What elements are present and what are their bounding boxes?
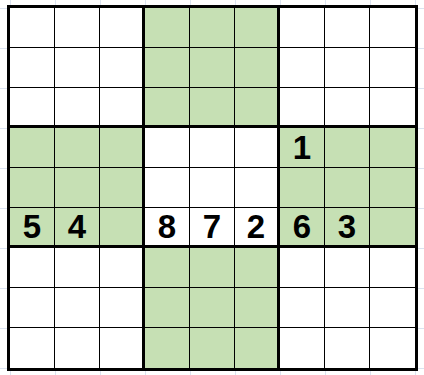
- cell-r3c9[interactable]: [370, 88, 415, 128]
- cell-r9c5[interactable]: [190, 328, 235, 368]
- cell-r6c6[interactable]: 2: [235, 208, 280, 248]
- cell-r3c6[interactable]: [235, 88, 280, 128]
- cell-r2c9[interactable]: [370, 48, 415, 88]
- cell-r1c5[interactable]: [190, 8, 235, 48]
- cell-r7c6[interactable]: [235, 248, 280, 288]
- sudoku-board: 15487263: [7, 5, 418, 371]
- cell-r5c6[interactable]: [235, 168, 280, 208]
- cell-r9c6[interactable]: [235, 328, 280, 368]
- cell-r1c4[interactable]: [145, 8, 190, 48]
- cell-r2c6[interactable]: [235, 48, 280, 88]
- cell-r6c4[interactable]: 8: [145, 208, 190, 248]
- cell-r9c2[interactable]: [55, 328, 100, 368]
- cell-r2c8[interactable]: [325, 48, 370, 88]
- cell-r5c7[interactable]: [280, 168, 325, 208]
- cell-r8c2[interactable]: [55, 288, 100, 328]
- cell-r7c1[interactable]: [10, 248, 55, 288]
- cell-r6c9[interactable]: [370, 208, 415, 248]
- cell-r3c1[interactable]: [10, 88, 55, 128]
- cell-r4c6[interactable]: [235, 128, 280, 168]
- cell-r4c7[interactable]: 1: [280, 128, 325, 168]
- cell-r1c1[interactable]: [10, 8, 55, 48]
- cell-r3c8[interactable]: [325, 88, 370, 128]
- cell-r8c1[interactable]: [10, 288, 55, 328]
- cell-r4c2[interactable]: [55, 128, 100, 168]
- cell-r9c4[interactable]: [145, 328, 190, 368]
- cell-r7c2[interactable]: [55, 248, 100, 288]
- cell-r4c1[interactable]: [10, 128, 55, 168]
- cell-r3c5[interactable]: [190, 88, 235, 128]
- cell-r3c2[interactable]: [55, 88, 100, 128]
- cell-r8c9[interactable]: [370, 288, 415, 328]
- cell-r1c6[interactable]: [235, 8, 280, 48]
- cell-r7c5[interactable]: [190, 248, 235, 288]
- cell-r9c7[interactable]: [280, 328, 325, 368]
- cell-r5c2[interactable]: [55, 168, 100, 208]
- cell-r2c1[interactable]: [10, 48, 55, 88]
- cell-r6c5[interactable]: 7: [190, 208, 235, 248]
- cell-r3c7[interactable]: [280, 88, 325, 128]
- cell-r3c3[interactable]: [100, 88, 145, 128]
- cell-r7c9[interactable]: [370, 248, 415, 288]
- cell-r9c3[interactable]: [100, 328, 145, 368]
- cell-r8c7[interactable]: [280, 288, 325, 328]
- cell-r5c5[interactable]: [190, 168, 235, 208]
- spreadsheet-page: 15487263: [0, 0, 424, 375]
- cell-r5c9[interactable]: [370, 168, 415, 208]
- cell-r6c1[interactable]: 5: [10, 208, 55, 248]
- cell-r7c3[interactable]: [100, 248, 145, 288]
- cell-r3c4[interactable]: [145, 88, 190, 128]
- cell-r5c1[interactable]: [10, 168, 55, 208]
- cell-r1c2[interactable]: [55, 8, 100, 48]
- cell-r8c5[interactable]: [190, 288, 235, 328]
- cell-r2c2[interactable]: [55, 48, 100, 88]
- cell-r5c8[interactable]: [325, 168, 370, 208]
- cell-r4c8[interactable]: [325, 128, 370, 168]
- cell-r2c7[interactable]: [280, 48, 325, 88]
- cell-r1c7[interactable]: [280, 8, 325, 48]
- cell-r4c9[interactable]: [370, 128, 415, 168]
- cell-r1c8[interactable]: [325, 8, 370, 48]
- cell-r7c4[interactable]: [145, 248, 190, 288]
- cell-r6c7[interactable]: 6: [280, 208, 325, 248]
- cell-r1c3[interactable]: [100, 8, 145, 48]
- cell-r8c8[interactable]: [325, 288, 370, 328]
- cell-r5c4[interactable]: [145, 168, 190, 208]
- cell-r8c4[interactable]: [145, 288, 190, 328]
- cell-r6c8[interactable]: 3: [325, 208, 370, 248]
- cell-r8c3[interactable]: [100, 288, 145, 328]
- cell-r8c6[interactable]: [235, 288, 280, 328]
- cell-r9c8[interactable]: [325, 328, 370, 368]
- cell-r4c3[interactable]: [100, 128, 145, 168]
- cell-r4c4[interactable]: [145, 128, 190, 168]
- cell-r2c5[interactable]: [190, 48, 235, 88]
- cell-r5c3[interactable]: [100, 168, 145, 208]
- cell-r2c3[interactable]: [100, 48, 145, 88]
- cell-r7c8[interactable]: [325, 248, 370, 288]
- cell-r1c9[interactable]: [370, 8, 415, 48]
- cell-r2c4[interactable]: [145, 48, 190, 88]
- cell-r4c5[interactable]: [190, 128, 235, 168]
- cell-r6c2[interactable]: 4: [55, 208, 100, 248]
- cell-r9c9[interactable]: [370, 328, 415, 368]
- cell-r7c7[interactable]: [280, 248, 325, 288]
- cell-r6c3[interactable]: [100, 208, 145, 248]
- cell-r9c1[interactable]: [10, 328, 55, 368]
